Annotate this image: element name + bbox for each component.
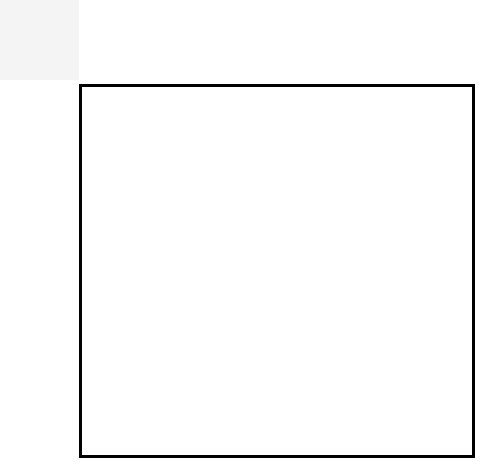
right-watermark-text [478, 185, 495, 460]
column-clues-panel [79, 2, 475, 80]
nonogram-page [0, 0, 496, 464]
nonogram-board [79, 84, 475, 458]
right-watermark [477, 0, 496, 464]
row-clues-panel [0, 84, 79, 458]
corner-watermark [0, 0, 79, 80]
